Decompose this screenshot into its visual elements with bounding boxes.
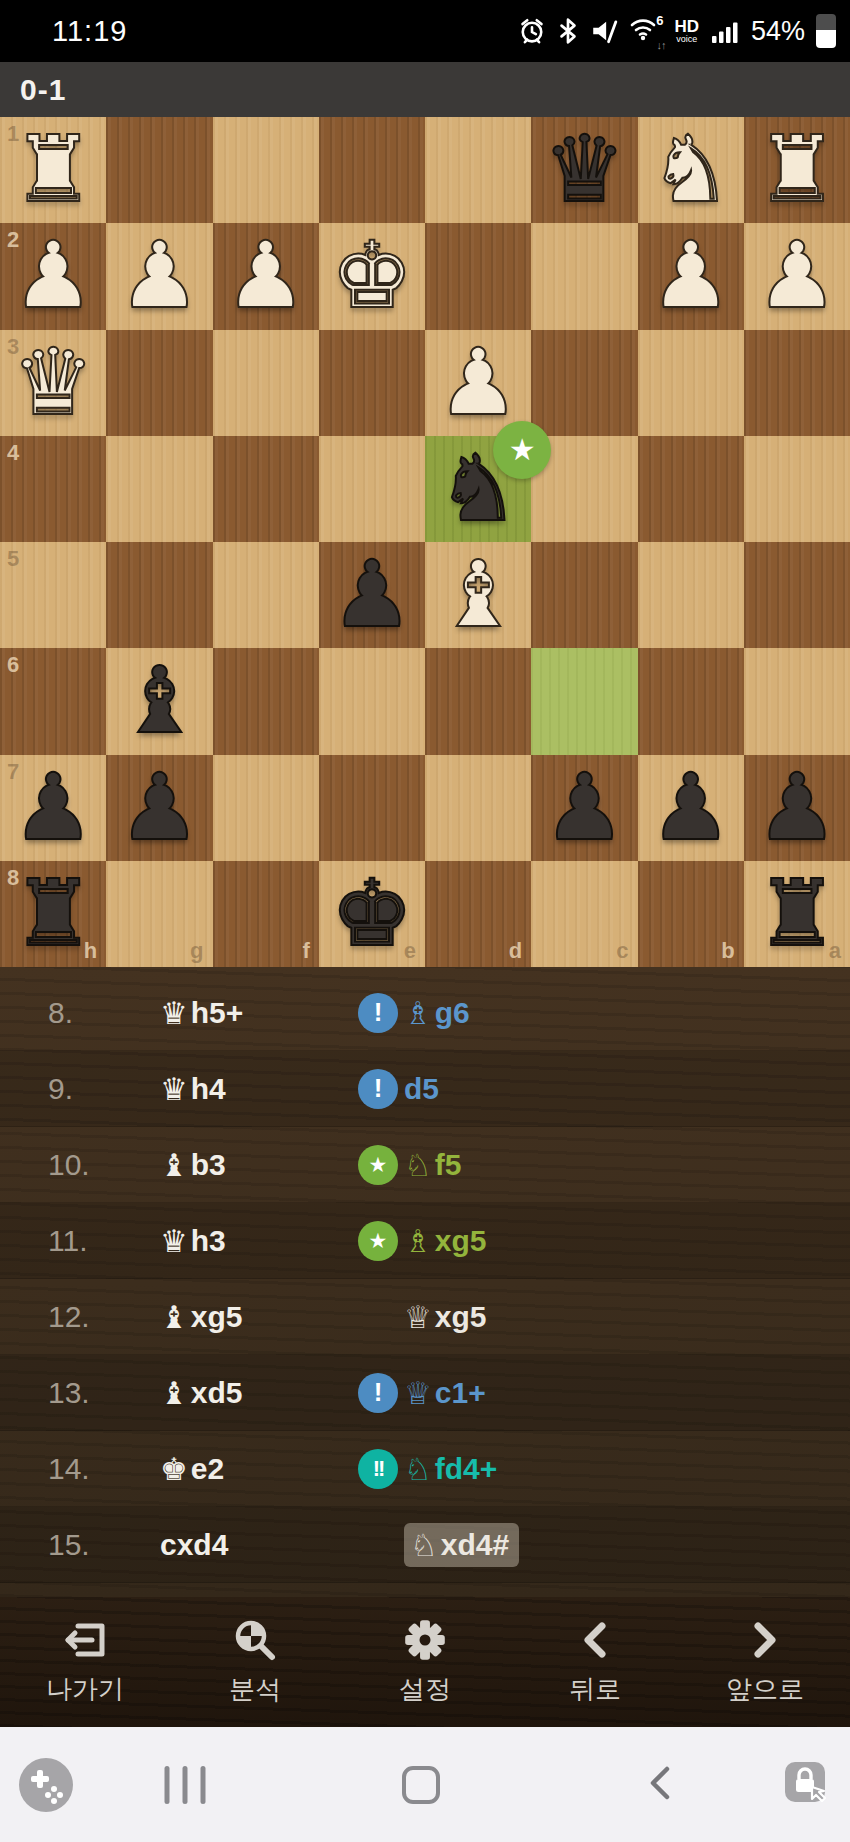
- white-move[interactable]: ♚e2: [160, 1451, 224, 1487]
- move-number: 9.: [48, 1072, 73, 1106]
- square-c1[interactable]: ♛: [531, 117, 637, 223]
- square-a3[interactable]: [744, 330, 850, 436]
- black-move[interactable]: ♗xg5: [404, 1223, 487, 1259]
- black-move[interactable]: ♕c1+: [404, 1375, 486, 1411]
- gear-icon: [403, 1618, 447, 1662]
- square-f2[interactable]: ♟: [213, 223, 319, 329]
- square-e4[interactable]: [319, 436, 425, 542]
- square-h5[interactable]: 5: [0, 542, 106, 648]
- white-king: ♚: [319, 223, 425, 329]
- file-label-g: g: [190, 938, 203, 964]
- square-d2[interactable]: [425, 223, 531, 329]
- black-move[interactable]: ♘fd4+: [404, 1451, 497, 1487]
- move-number: 15.: [48, 1528, 90, 1562]
- square-h2[interactable]: 2♟: [0, 223, 106, 329]
- square-e7[interactable]: [319, 755, 425, 861]
- annotation-badge-blue: !: [358, 1373, 398, 1413]
- black-pawn: ♟: [531, 755, 637, 861]
- square-b6[interactable]: [638, 648, 744, 754]
- square-c3[interactable]: [531, 330, 637, 436]
- square-d7[interactable]: [425, 755, 531, 861]
- game-result: 0-1: [20, 73, 66, 107]
- game-launcher-button[interactable]: [19, 1758, 73, 1812]
- square-d8[interactable]: d: [425, 861, 531, 967]
- chevron-left-icon: [578, 1618, 612, 1662]
- white-rook: ♜: [0, 117, 106, 223]
- black-pawn: ♟: [638, 755, 744, 861]
- square-a2[interactable]: ♟: [744, 223, 850, 329]
- move-row-9[interactable]: 9.♛h4!d5: [0, 1051, 850, 1127]
- square-g4[interactable]: [106, 436, 212, 542]
- exit-icon: [62, 1618, 108, 1662]
- status-icons: 6 ↓↑ HD voice 54%: [518, 14, 836, 48]
- square-b2[interactable]: ♟: [638, 223, 744, 329]
- square-b8[interactable]: b: [638, 861, 744, 967]
- move-row-12[interactable]: 12.♝xg5♕xg5: [0, 1279, 850, 1355]
- black-knight-figurine: ♘: [410, 1527, 438, 1563]
- move-row-13[interactable]: 13.♝xd5!♕c1+: [0, 1355, 850, 1431]
- square-c6[interactable]: [531, 648, 637, 754]
- white-queen-figurine: ♛: [160, 1223, 188, 1259]
- white-move[interactable]: ♝xd5: [160, 1375, 243, 1411]
- black-move[interactable]: d5: [404, 1072, 439, 1106]
- clock-time: 11:19: [52, 15, 127, 48]
- square-g1[interactable]: [106, 117, 212, 223]
- black-pawn: ♟: [744, 755, 850, 861]
- black-bishop-figurine: ♗: [404, 1223, 432, 1259]
- status-bar: 11:19 6 ↓↑ HD voice 54%: [0, 0, 850, 62]
- white-pawn: ♟: [0, 223, 106, 329]
- exit-button[interactable]: 나가기: [0, 1597, 170, 1727]
- analysis-button[interactable]: 분석: [170, 1597, 340, 1727]
- white-bishop-figurine: ♝: [160, 1299, 188, 1335]
- file-label-f: f: [302, 938, 309, 964]
- square-f5[interactable]: [213, 542, 319, 648]
- black-pawn: ♟: [0, 755, 106, 861]
- black-bishop: ♝: [106, 648, 212, 754]
- black-rook: ♜: [744, 861, 850, 967]
- black-pawn: ♟: [319, 542, 425, 648]
- white-bishop-figurine: ♝: [160, 1375, 188, 1411]
- square-c2[interactable]: [531, 223, 637, 329]
- square-h4[interactable]: 4: [0, 436, 106, 542]
- annotation-badge-blue: !: [358, 993, 398, 1033]
- white-move[interactable]: cxd4: [160, 1528, 228, 1562]
- white-bishop: ♝: [425, 542, 531, 648]
- signal-icon: [710, 17, 740, 45]
- back-button[interactable]: [645, 1761, 675, 1809]
- white-move[interactable]: ♛h4: [160, 1071, 226, 1107]
- white-king-figurine: ♚: [160, 1451, 188, 1487]
- square-a6[interactable]: [744, 648, 850, 754]
- square-h8[interactable]: 8h♜: [0, 861, 106, 967]
- move-number: 13.: [48, 1376, 90, 1410]
- move-number: 14.: [48, 1452, 90, 1486]
- square-f1[interactable]: [213, 117, 319, 223]
- square-a4[interactable]: [744, 436, 850, 542]
- square-f4[interactable]: [213, 436, 319, 542]
- square-e1[interactable]: [319, 117, 425, 223]
- square-c5[interactable]: [531, 542, 637, 648]
- white-pawn: ♟: [744, 223, 850, 329]
- square-f8[interactable]: f: [213, 861, 319, 967]
- white-move[interactable]: ♛h3: [160, 1223, 226, 1259]
- black-move[interactable]: ♕xg5: [404, 1299, 487, 1335]
- square-e8[interactable]: e♚: [319, 861, 425, 967]
- annotation-badge-green: ★: [358, 1221, 398, 1261]
- bluetooth-icon: [557, 17, 579, 45]
- hd-voice-label: HD voice: [674, 18, 699, 44]
- exit-label: 나가기: [46, 1672, 124, 1707]
- rank-label-5: 5: [7, 546, 19, 572]
- square-c8[interactable]: c: [531, 861, 637, 967]
- result-header: 0-1: [0, 62, 850, 117]
- white-move[interactable]: ♛h5+: [160, 995, 243, 1031]
- square-g5[interactable]: [106, 542, 212, 648]
- square-d6[interactable]: [425, 648, 531, 754]
- square-f7[interactable]: [213, 755, 319, 861]
- square-a5[interactable]: [744, 542, 850, 648]
- square-e5[interactable]: ♟: [319, 542, 425, 648]
- settings-button[interactable]: 설정: [340, 1597, 510, 1727]
- square-h1[interactable]: 1♜: [0, 117, 106, 223]
- move-number: 12.: [48, 1300, 90, 1334]
- rank-label-4: 4: [7, 440, 19, 466]
- battery-percent: 54%: [751, 16, 805, 47]
- square-d1[interactable]: [425, 117, 531, 223]
- move-row-11[interactable]: 11.♛h3★♗xg5: [0, 1203, 850, 1279]
- recents-button[interactable]: [165, 1766, 206, 1804]
- move-forward-label: 앞으로: [726, 1672, 804, 1707]
- black-queen-figurine: ♕: [404, 1299, 432, 1335]
- white-pawn: ♟: [106, 223, 212, 329]
- annotation-badge-teal: !!: [358, 1449, 398, 1489]
- alarm-icon: [518, 17, 546, 45]
- move-forward-button[interactable]: 앞으로: [680, 1597, 850, 1727]
- white-bishop-figurine: ♝: [160, 1147, 188, 1183]
- square-d5[interactable]: ♝: [425, 542, 531, 648]
- square-e3[interactable]: [319, 330, 425, 436]
- white-queen-figurine: ♛: [160, 1071, 188, 1107]
- square-f3[interactable]: [213, 330, 319, 436]
- battery-icon: [816, 14, 836, 48]
- square-b5[interactable]: [638, 542, 744, 648]
- white-queen: ♛: [0, 330, 106, 436]
- app-toolbar: 나가기 분석 설정 뒤로 앞으로: [0, 1597, 850, 1727]
- square-a1[interactable]: ♜: [744, 117, 850, 223]
- chess-board[interactable]: 1♜♛♞♜2♟♟♟♚♟♟3♛♟4♞★5♟♝6♝7♟♟♟♟♟8h♜gfe♚dcba…: [0, 117, 850, 967]
- move-row-8[interactable]: 8.♛h5+!♗g6: [0, 975, 850, 1051]
- black-knight-figurine: ♘: [404, 1451, 432, 1487]
- move-row-10[interactable]: 10.♝b3★♘f5: [0, 1127, 850, 1203]
- square-b3[interactable]: [638, 330, 744, 436]
- square-b4[interactable]: [638, 436, 744, 542]
- move-number: 11.: [48, 1224, 87, 1258]
- wifi-6-label: 6: [656, 13, 663, 28]
- black-king: ♚: [319, 861, 425, 967]
- black-bishop-figurine: ♗: [404, 995, 432, 1031]
- home-button[interactable]: [402, 1766, 440, 1804]
- square-g3[interactable]: [106, 330, 212, 436]
- square-h3[interactable]: 3♛: [0, 330, 106, 436]
- black-queen-figurine: ♕: [404, 1375, 432, 1411]
- square-g6[interactable]: ♝: [106, 648, 212, 754]
- black-queen: ♛: [531, 117, 637, 223]
- square-f6[interactable]: [213, 648, 319, 754]
- square-e6[interactable]: [319, 648, 425, 754]
- brilliant-move-star-badge: ★: [493, 421, 551, 479]
- move-back-button[interactable]: 뒤로: [510, 1597, 680, 1727]
- file-label-c: c: [616, 938, 628, 964]
- move-number: 10.: [48, 1148, 90, 1182]
- square-c7[interactable]: ♟: [531, 755, 637, 861]
- wifi-traffic-arrows: ↓↑: [656, 39, 665, 51]
- square-b1[interactable]: ♞: [638, 117, 744, 223]
- square-b7[interactable]: ♟: [638, 755, 744, 861]
- white-knight: ♞: [638, 117, 744, 223]
- white-pawn: ♟: [213, 223, 319, 329]
- move-back-label: 뒤로: [569, 1672, 621, 1707]
- black-knight-figurine: ♘: [404, 1147, 432, 1183]
- move-row-14[interactable]: 14.♚e2!!♘fd4+: [0, 1431, 850, 1507]
- black-move-current[interactable]: ♘xd4#: [404, 1523, 519, 1567]
- file-label-d: d: [509, 938, 522, 964]
- square-g7[interactable]: ♟: [106, 755, 212, 861]
- square-a7[interactable]: ♟: [744, 755, 850, 861]
- square-h6[interactable]: 6: [0, 648, 106, 754]
- white-move[interactable]: ♝b3: [160, 1147, 226, 1183]
- annotation-badge-green: ★: [358, 1145, 398, 1185]
- square-d4[interactable]: ♞★: [425, 436, 531, 542]
- black-move[interactable]: ♘f5: [404, 1147, 461, 1183]
- mute-icon: [590, 17, 618, 45]
- move-row-15[interactable]: 15.cxd4♘xd4#: [0, 1507, 850, 1583]
- settings-label: 설정: [399, 1672, 451, 1707]
- white-pawn: ♟: [425, 330, 531, 436]
- chevron-right-icon: [748, 1618, 782, 1662]
- annotation-badge-blue: !: [358, 1069, 398, 1109]
- rank-label-6: 6: [7, 652, 19, 678]
- black-move[interactable]: ♗g6: [404, 995, 470, 1031]
- square-a8[interactable]: a♜: [744, 861, 850, 967]
- white-rook: ♜: [744, 117, 850, 223]
- white-queen-figurine: ♛: [160, 995, 188, 1031]
- square-g8[interactable]: g: [106, 861, 212, 967]
- square-e2[interactable]: ♚: [319, 223, 425, 329]
- wifi-icon: 6 ↓↑: [629, 15, 663, 47]
- square-h7[interactable]: 7♟: [0, 755, 106, 861]
- file-label-b: b: [721, 938, 734, 964]
- analysis-icon: [232, 1618, 278, 1662]
- white-move[interactable]: ♝xg5: [160, 1299, 243, 1335]
- touch-lock-button[interactable]: [782, 1759, 830, 1811]
- system-nav-bar: [0, 1727, 850, 1842]
- move-list: 8.♛h5+!♗g69.♛h4!d510.♝b3★♘f511.♛h3★♗xg51…: [0, 967, 850, 1597]
- square-g2[interactable]: ♟: [106, 223, 212, 329]
- square-d3[interactable]: ♟: [425, 330, 531, 436]
- black-pawn: ♟: [106, 755, 212, 861]
- white-pawn: ♟: [638, 223, 744, 329]
- move-number: 8.: [48, 996, 73, 1030]
- black-rook: ♜: [0, 861, 106, 967]
- analysis-label: 분석: [229, 1672, 281, 1707]
